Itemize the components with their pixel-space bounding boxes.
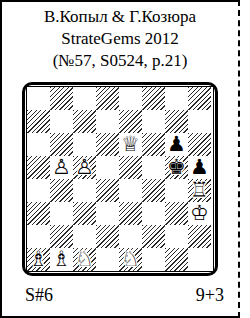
white-pawn-b5: ♟♙: [50, 156, 73, 179]
black-pawn-h5: ♟♟: [188, 156, 211, 179]
square-b1: ♝♗: [50, 248, 73, 271]
square-e1: ♞♘: [119, 248, 142, 271]
square-f1: [142, 248, 165, 271]
square-e8: [119, 87, 142, 110]
source: StrateGems 2012: [2, 28, 238, 50]
square-f4: [142, 179, 165, 202]
square-a8: [27, 87, 50, 110]
problem-card: В.Копыл & Г.Козюра StrateGems 2012 (№57,…: [0, 0, 240, 318]
material-count: 9+3: [196, 284, 224, 306]
square-g3: [165, 202, 188, 225]
square-h6: [188, 133, 211, 156]
square-c6: [73, 133, 96, 156]
square-f6: [142, 133, 165, 156]
problem-footer: S#6 9+3: [2, 276, 238, 306]
square-c7: [73, 110, 96, 133]
square-e2: [119, 225, 142, 248]
square-a4: [27, 179, 50, 202]
white-pawn-c5: ♟♙: [73, 156, 96, 179]
square-d1: [96, 248, 119, 271]
white-bishop-a1: ♝♗: [27, 248, 50, 271]
square-h2: [188, 225, 211, 248]
square-g4: [165, 179, 188, 202]
square-d3: [96, 202, 119, 225]
chessboard-frame: ♛♕♟♟♟♙♟♙♚♚♟♟♜♖♚♔♝♗♝♗♞♘♞♘: [22, 82, 218, 276]
square-g5: ♚♚: [165, 156, 188, 179]
square-d4: [96, 179, 119, 202]
square-c2: [73, 225, 96, 248]
square-h7: [188, 110, 211, 133]
square-e4: [119, 179, 142, 202]
square-h5: ♟♟: [188, 156, 211, 179]
square-b6: [50, 133, 73, 156]
square-c4: [73, 179, 96, 202]
square-g2: [165, 225, 188, 248]
square-b2: [50, 225, 73, 248]
square-b4: [50, 179, 73, 202]
square-f3: [142, 202, 165, 225]
white-knight-c1: ♞♘: [73, 248, 96, 271]
square-d5: [96, 156, 119, 179]
square-h1: [188, 248, 211, 271]
square-f2: [142, 225, 165, 248]
square-e5: [119, 156, 142, 179]
square-h4: ♜♖: [188, 179, 211, 202]
authors: В.Копыл & Г.Козюра: [2, 6, 238, 28]
square-a5: [27, 156, 50, 179]
square-c5: ♟♙: [73, 156, 96, 179]
square-e7: [119, 110, 142, 133]
square-a3: [27, 202, 50, 225]
black-king-g5: ♚♚: [165, 156, 188, 179]
chessboard: ♛♕♟♟♟♙♟♙♚♚♟♟♜♖♚♔♝♗♝♗♞♘♞♘: [27, 87, 213, 271]
square-g6: ♟♟: [165, 133, 188, 156]
square-b5: ♟♙: [50, 156, 73, 179]
square-a6: [27, 133, 50, 156]
square-d8: [96, 87, 119, 110]
stipulation: S#6: [25, 284, 53, 306]
square-e6: ♛♕: [119, 133, 142, 156]
square-g1: [165, 248, 188, 271]
white-rook-h4: ♜♖: [188, 179, 211, 202]
problem-header: В.Копыл & Г.Козюра StrateGems 2012 (№57,…: [2, 2, 238, 72]
reference: (№57, S0524, p.21): [2, 50, 238, 72]
black-pawn-g6: ♟♟: [165, 133, 188, 156]
square-g7: [165, 110, 188, 133]
chessboard-inner-border: ♛♕♟♟♟♙♟♙♚♚♟♟♜♖♚♔♝♗♝♗♞♘♞♘: [26, 86, 214, 272]
square-h3: ♚♔: [188, 202, 211, 225]
square-c1: ♞♘: [73, 248, 96, 271]
square-d6: [96, 133, 119, 156]
square-a7: [27, 110, 50, 133]
square-b3: [50, 202, 73, 225]
square-c8: [73, 87, 96, 110]
square-a2: [27, 225, 50, 248]
square-d2: [96, 225, 119, 248]
square-a1: ♝♗: [27, 248, 50, 271]
square-d7: [96, 110, 119, 133]
white-king-h3: ♚♔: [188, 202, 211, 225]
square-h8: [188, 87, 211, 110]
square-b8: [50, 87, 73, 110]
square-g8: [165, 87, 188, 110]
square-f8: [142, 87, 165, 110]
square-b7: [50, 110, 73, 133]
square-c3: [73, 202, 96, 225]
white-queen-e6: ♛♕: [119, 133, 142, 156]
square-e3: [119, 202, 142, 225]
white-bishop-b1: ♝♗: [50, 248, 73, 271]
square-f5: [142, 156, 165, 179]
square-f7: [142, 110, 165, 133]
white-knight-e1: ♞♘: [119, 248, 142, 271]
